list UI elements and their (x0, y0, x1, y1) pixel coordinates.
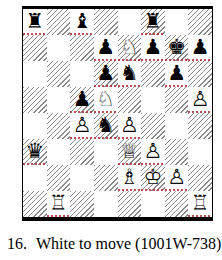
piece-white-pawn: ♟♙ (141, 139, 165, 165)
piece-white-king: ♚♔ (141, 165, 165, 191)
square-g7: ♚ (165, 35, 189, 61)
piece-glyph: ♚ (167, 35, 186, 59)
square-g5 (165, 87, 189, 113)
square-b2 (47, 165, 71, 191)
piece-white-queen: ♛♕ (118, 139, 142, 165)
piece-glyph: ♜ (25, 9, 44, 33)
square-d1 (94, 191, 118, 217)
square-e1 (118, 191, 142, 217)
square-g6: ♟ (165, 61, 189, 87)
piece-white-bishop: ♝♗ (118, 165, 142, 191)
square-b4 (47, 113, 71, 139)
square-c4: ♟♙ (70, 113, 94, 139)
square-b7 (47, 35, 71, 61)
diagram-number: 16. (7, 235, 27, 252)
square-d4: ♞ (94, 113, 118, 139)
piece-glyph: ♙ (191, 87, 210, 111)
square-a5 (23, 87, 47, 113)
piece-glyph: ♘ (96, 87, 115, 111)
piece-white-knight: ♞♘ (94, 87, 118, 113)
piece-white-rook: ♜♖ (188, 191, 212, 217)
square-b3 (47, 139, 71, 165)
square-f4 (141, 113, 165, 139)
piece-black-pawn: ♟ (141, 35, 165, 61)
piece-glyph: ♝ (73, 9, 92, 33)
piece-black-king: ♚ (165, 35, 189, 61)
square-e7: ♞♘ (118, 35, 142, 61)
piece-glyph: ♔ (144, 165, 163, 189)
square-d8 (94, 9, 118, 35)
square-c3 (70, 139, 94, 165)
square-h4 (188, 113, 212, 139)
piece-glyph: ♟ (144, 35, 163, 59)
piece-glyph: ♜ (144, 9, 163, 33)
piece-glyph: ♖ (191, 191, 210, 215)
piece-glyph: ♞ (120, 61, 139, 85)
chess-board: ♜♝♜♟♞♘♟♚♟♟♞♟♟♞♘♟♙♟♙♞♟♙♛♛♕♟♙♝♗♚♔♟♙♜♖♜♖ (23, 9, 212, 217)
square-f5 (141, 87, 165, 113)
piece-black-rook: ♜ (141, 9, 165, 35)
square-e6: ♞ (118, 61, 142, 87)
square-d3 (94, 139, 118, 165)
piece-glyph: ♟ (96, 61, 115, 85)
square-e2: ♝♗ (118, 165, 142, 191)
square-g3 (165, 139, 189, 165)
square-g1 (165, 191, 189, 217)
square-f3: ♟♙ (141, 139, 165, 165)
square-g8 (165, 9, 189, 35)
piece-glyph: ♟ (167, 61, 186, 85)
square-e4: ♟♙ (118, 113, 142, 139)
piece-glyph: ♗ (120, 165, 139, 189)
piece-glyph: ♟ (191, 35, 210, 59)
piece-black-pawn: ♟ (165, 61, 189, 87)
piece-glyph: ♙ (73, 113, 92, 137)
square-a8: ♜ (23, 9, 47, 35)
square-d7: ♟ (94, 35, 118, 61)
square-a6 (23, 61, 47, 87)
square-b1: ♜♖ (47, 191, 71, 217)
square-h5: ♟♙ (188, 87, 212, 113)
square-f6 (141, 61, 165, 87)
square-f2: ♚♔ (141, 165, 165, 191)
piece-black-pawn: ♟ (70, 87, 94, 113)
square-h6 (188, 61, 212, 87)
square-g4 (165, 113, 189, 139)
square-a7 (23, 35, 47, 61)
piece-white-pawn: ♟♙ (188, 87, 212, 113)
square-b8 (47, 9, 71, 35)
piece-white-knight: ♞♘ (118, 35, 142, 61)
square-h8 (188, 9, 212, 35)
square-d6: ♟ (94, 61, 118, 87)
piece-white-pawn: ♟♙ (165, 165, 189, 191)
piece-glyph: ♟ (73, 87, 92, 111)
square-a2 (23, 165, 47, 191)
square-b5 (47, 87, 71, 113)
piece-black-knight: ♞ (94, 113, 118, 139)
piece-white-pawn: ♟♙ (70, 113, 94, 139)
square-h2 (188, 165, 212, 191)
square-c7 (70, 35, 94, 61)
square-e3: ♛♕ (118, 139, 142, 165)
square-c8: ♝ (70, 9, 94, 35)
square-g2: ♟♙ (165, 165, 189, 191)
piece-black-knight: ♞ (118, 61, 142, 87)
square-e8 (118, 9, 142, 35)
piece-black-pawn: ♟ (188, 35, 212, 61)
square-f1 (141, 191, 165, 217)
square-c1 (70, 191, 94, 217)
square-c5: ♟ (70, 87, 94, 113)
square-b6 (47, 61, 71, 87)
piece-glyph: ♙ (144, 139, 163, 163)
piece-glyph: ♟ (96, 35, 115, 59)
piece-glyph: ♙ (120, 113, 139, 137)
square-f8: ♜ (141, 9, 165, 35)
piece-black-pawn: ♟ (94, 61, 118, 87)
caption-text: White to move (1001W-738) (36, 235, 221, 252)
piece-glyph: ♙ (167, 165, 186, 189)
square-a4 (23, 113, 47, 139)
square-d5: ♞♘ (94, 87, 118, 113)
piece-glyph: ♞ (96, 113, 115, 137)
piece-white-rook: ♜♖ (47, 191, 71, 217)
piece-white-pawn: ♟♙ (118, 113, 142, 139)
diagram-caption: 16.White to move (1001W-738) (7, 235, 221, 253)
piece-black-bishop: ♝ (70, 9, 94, 35)
square-d2 (94, 165, 118, 191)
square-a1 (23, 191, 47, 217)
piece-black-pawn: ♟ (94, 35, 118, 61)
square-h1: ♜♖ (188, 191, 212, 217)
square-e5 (118, 87, 142, 113)
piece-black-rook: ♜ (23, 9, 47, 35)
chess-board-frame: ♜♝♜♟♞♘♟♚♟♟♞♟♟♞♘♟♙♟♙♞♟♙♛♛♕♟♙♝♗♚♔♟♙♜♖♜♖ (22, 6, 213, 221)
piece-glyph: ♛ (25, 139, 44, 163)
piece-glyph: ♕ (120, 139, 139, 163)
square-h3 (188, 139, 212, 165)
square-c6 (70, 61, 94, 87)
square-a3: ♛ (23, 139, 47, 165)
square-f7: ♟ (141, 35, 165, 61)
piece-glyph: ♖ (49, 191, 68, 215)
square-c2 (70, 165, 94, 191)
piece-black-queen: ♛ (23, 139, 47, 165)
piece-glyph: ♘ (120, 35, 139, 59)
square-h7: ♟ (188, 35, 212, 61)
